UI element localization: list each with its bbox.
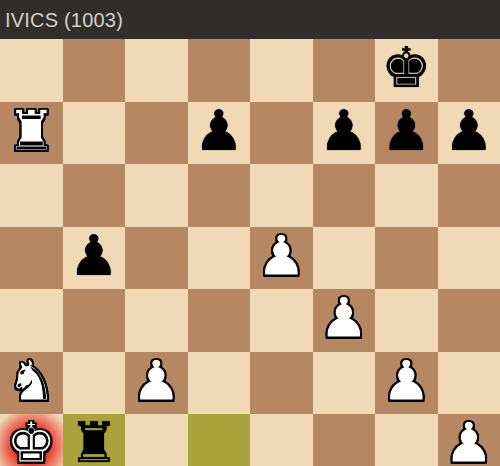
square-h8[interactable]	[438, 39, 500, 102]
square-b2[interactable]: ♜	[63, 414, 126, 466]
square-f5[interactable]	[313, 227, 376, 290]
white-pawn-g3[interactable]: ♟	[381, 353, 431, 413]
square-h5[interactable]	[438, 227, 500, 290]
square-d8[interactable]	[188, 39, 251, 102]
square-e3[interactable]	[250, 352, 313, 415]
white-pawn-c3[interactable]: ♟	[131, 353, 181, 413]
square-f6[interactable]	[313, 164, 376, 227]
square-g7[interactable]: ♟	[375, 102, 438, 165]
square-e2[interactable]	[250, 414, 313, 466]
opponent-name-and-rating: IVICS (1003)	[5, 10, 123, 30]
square-c2[interactable]	[125, 414, 188, 466]
square-f3[interactable]	[313, 352, 376, 415]
square-d5[interactable]	[188, 227, 251, 290]
square-h3[interactable]	[438, 352, 500, 415]
square-d7[interactable]: ♟	[188, 102, 251, 165]
square-e7[interactable]	[250, 102, 313, 165]
square-g8[interactable]: ♚	[375, 39, 438, 102]
black-pawn-g7[interactable]: ♟	[381, 103, 431, 163]
square-h7[interactable]: ♟	[438, 102, 500, 165]
white-king-a2[interactable]: ♚	[6, 415, 56, 466]
black-pawn-h7[interactable]: ♟	[444, 103, 494, 163]
black-pawn-f7[interactable]: ♟	[319, 103, 369, 163]
square-a7[interactable]: ♜	[0, 102, 63, 165]
square-b8[interactable]	[63, 39, 126, 102]
square-c8[interactable]	[125, 39, 188, 102]
square-b3[interactable]	[63, 352, 126, 415]
opponent-player-bar: IVICS (1003)	[0, 0, 500, 39]
chess-app-window: IVICS (1003) ♚♜♟♟♟♟♟♟♟♞♟♟♚♜♟	[0, 0, 500, 466]
square-f2[interactable]	[313, 414, 376, 466]
square-g6[interactable]	[375, 164, 438, 227]
square-e5[interactable]: ♟	[250, 227, 313, 290]
square-c5[interactable]	[125, 227, 188, 290]
square-b5[interactable]: ♟	[63, 227, 126, 290]
square-c4[interactable]	[125, 289, 188, 352]
square-h4[interactable]	[438, 289, 500, 352]
white-knight-a3[interactable]: ♞	[6, 353, 56, 413]
square-d2[interactable]	[188, 414, 251, 466]
square-d6[interactable]	[188, 164, 251, 227]
square-a5[interactable]	[0, 227, 63, 290]
square-e8[interactable]	[250, 39, 313, 102]
square-e6[interactable]	[250, 164, 313, 227]
square-g3[interactable]: ♟	[375, 352, 438, 415]
square-h6[interactable]	[438, 164, 500, 227]
square-a6[interactable]	[0, 164, 63, 227]
square-b6[interactable]	[63, 164, 126, 227]
square-f4[interactable]: ♟	[313, 289, 376, 352]
black-pawn-b5[interactable]: ♟	[69, 228, 119, 288]
square-d3[interactable]	[188, 352, 251, 415]
square-g4[interactable]	[375, 289, 438, 352]
square-g5[interactable]	[375, 227, 438, 290]
square-b4[interactable]	[63, 289, 126, 352]
black-pawn-d7[interactable]: ♟	[194, 103, 244, 163]
black-rook-b2[interactable]: ♜	[69, 415, 119, 466]
square-a8[interactable]	[0, 39, 63, 102]
white-pawn-e5[interactable]: ♟	[256, 228, 306, 288]
white-pawn-f4[interactable]: ♟	[319, 290, 369, 350]
square-g2[interactable]	[375, 414, 438, 466]
square-h2[interactable]: ♟	[438, 414, 500, 466]
square-c3[interactable]: ♟	[125, 352, 188, 415]
square-b7[interactable]	[63, 102, 126, 165]
chess-board[interactable]: ♚♜♟♟♟♟♟♟♟♞♟♟♚♜♟	[0, 39, 500, 466]
square-c7[interactable]	[125, 102, 188, 165]
square-d4[interactable]	[188, 289, 251, 352]
white-rook-a7[interactable]: ♜	[6, 103, 56, 163]
square-a3[interactable]: ♞	[0, 352, 63, 415]
white-pawn-h2[interactable]: ♟	[444, 415, 494, 466]
square-c6[interactable]	[125, 164, 188, 227]
black-king-g8[interactable]: ♚	[381, 40, 431, 100]
square-a4[interactable]	[0, 289, 63, 352]
square-a2[interactable]: ♚	[0, 414, 63, 466]
square-f8[interactable]	[313, 39, 376, 102]
square-f7[interactable]: ♟	[313, 102, 376, 165]
square-e4[interactable]	[250, 289, 313, 352]
